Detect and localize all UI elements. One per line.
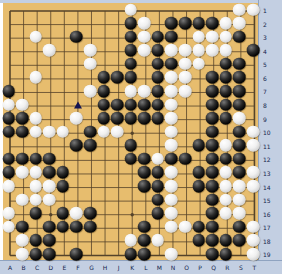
stone-white	[233, 193, 246, 206]
column-label: N	[171, 265, 176, 271]
stone-white	[165, 98, 178, 111]
stone-black	[124, 44, 137, 57]
stone-black	[111, 71, 124, 84]
stone-white	[219, 166, 232, 179]
stone-white	[219, 44, 232, 57]
stone-black	[152, 71, 165, 84]
stone-black	[206, 98, 219, 111]
row-label: 5	[263, 62, 267, 68]
stone-black	[206, 139, 219, 152]
stone-white	[2, 207, 15, 220]
stone-white	[16, 98, 29, 111]
stone-black	[2, 153, 15, 166]
row-ruler: 12345678910111213141516171819	[258, 0, 282, 274]
stone-white	[29, 71, 42, 84]
row-label: 12	[263, 157, 271, 163]
stone-white	[2, 98, 15, 111]
stone-black	[138, 98, 151, 111]
stone-black	[97, 85, 110, 98]
stone-black	[219, 153, 232, 166]
stone-black	[2, 112, 15, 125]
stone-black	[124, 58, 137, 71]
stone-white	[165, 139, 178, 152]
stone-black	[233, 153, 246, 166]
stone-white	[233, 207, 246, 220]
stone-black	[97, 112, 110, 125]
stone-black	[57, 166, 70, 179]
stone-black	[192, 17, 205, 30]
stone-black	[43, 220, 56, 233]
stone-white	[57, 125, 70, 138]
hoshi-point	[131, 132, 134, 135]
stone-black	[111, 112, 124, 125]
stone-black	[97, 98, 110, 111]
stone-white	[138, 85, 151, 98]
stone-white	[233, 17, 246, 30]
stone-black	[152, 193, 165, 206]
stone-white	[43, 44, 56, 57]
stone-black	[206, 153, 219, 166]
stone-black	[233, 139, 246, 152]
stone-black	[219, 71, 232, 84]
stone-white	[179, 220, 192, 233]
stone-black	[233, 125, 246, 138]
row-label: 14	[263, 185, 271, 191]
stone-black	[124, 71, 137, 84]
stone-white	[219, 139, 232, 152]
stone-black	[43, 248, 56, 261]
stone-black	[219, 58, 232, 71]
stone-black	[2, 166, 15, 179]
row-label: 2	[263, 22, 267, 28]
stone-white	[43, 193, 56, 206]
stone-white	[16, 234, 29, 247]
row-label: 7	[263, 89, 267, 95]
stone-white	[152, 234, 165, 247]
stone-black	[219, 234, 232, 247]
column-ruler: ABCDEFGHJKLMNOPQRST	[0, 260, 282, 274]
stone-black	[124, 112, 137, 125]
stone-white	[29, 180, 42, 193]
stone-white	[165, 166, 178, 179]
stone-white	[29, 30, 42, 43]
stone-black	[124, 17, 137, 30]
stone-white	[247, 248, 260, 261]
stone-black	[233, 166, 246, 179]
stone-black	[124, 30, 137, 43]
stone-black	[192, 234, 205, 247]
stone-black	[29, 207, 42, 220]
stone-white	[192, 30, 205, 43]
stone-black	[97, 71, 110, 84]
stone-black	[70, 30, 83, 43]
column-label: S	[239, 265, 243, 271]
stone-white	[179, 71, 192, 84]
row-label: 3	[263, 35, 267, 41]
stone-white	[219, 30, 232, 43]
stone-black	[192, 180, 205, 193]
stone-black	[206, 71, 219, 84]
stone-black	[206, 180, 219, 193]
stone-black	[179, 17, 192, 30]
stone-black	[152, 112, 165, 125]
stone-white	[165, 193, 178, 206]
stone-black	[165, 30, 178, 43]
stone-white	[179, 58, 192, 71]
stone-black	[43, 166, 56, 179]
stone-white	[179, 44, 192, 57]
row-label: 18	[263, 239, 271, 245]
stone-white	[138, 44, 151, 57]
stone-black	[138, 248, 151, 261]
stone-white	[70, 207, 83, 220]
stone-black	[192, 139, 205, 152]
stone-black	[206, 166, 219, 179]
stone-white	[165, 44, 178, 57]
column-label: F	[76, 265, 79, 271]
stone-white	[247, 139, 260, 152]
stone-black	[152, 44, 165, 57]
stone-white	[247, 166, 260, 179]
column-label: A	[8, 265, 12, 271]
stone-white	[165, 180, 178, 193]
stone-black	[206, 125, 219, 138]
stone-black	[138, 112, 151, 125]
column-label: R	[225, 265, 229, 271]
row-label: 16	[263, 212, 271, 218]
stone-white	[43, 125, 56, 138]
row-label: 9	[263, 117, 267, 123]
stone-black	[111, 98, 124, 111]
stone-white	[124, 85, 137, 98]
stone-white	[16, 166, 29, 179]
stone-white	[247, 3, 260, 16]
stone-white	[219, 193, 232, 206]
stone-white	[165, 220, 178, 233]
stone-black	[29, 248, 42, 261]
stone-white	[192, 44, 205, 57]
stone-white	[165, 248, 178, 261]
stone-black	[29, 234, 42, 247]
stone-black	[84, 207, 97, 220]
stone-black	[84, 220, 97, 233]
stone-black	[233, 220, 246, 233]
stone-white	[111, 125, 124, 138]
stone-black	[219, 85, 232, 98]
stone-white	[2, 180, 15, 193]
hoshi-point	[131, 213, 134, 216]
stone-black	[84, 139, 97, 152]
row-label: 4	[263, 49, 267, 55]
column-label: C	[35, 265, 39, 271]
stone-white	[29, 125, 42, 138]
stone-black	[84, 125, 97, 138]
column-label: B	[22, 265, 26, 271]
stone-white	[138, 17, 151, 30]
stone-white	[219, 207, 232, 220]
stone-black	[70, 139, 83, 152]
stone-black	[138, 180, 151, 193]
stone-white	[29, 193, 42, 206]
stone-black	[219, 248, 232, 261]
stone-white	[16, 248, 29, 261]
stone-white	[70, 112, 83, 125]
stone-white	[124, 3, 137, 16]
stone-black	[165, 58, 178, 71]
column-label: H	[103, 265, 108, 271]
stone-black	[233, 30, 246, 43]
stone-black	[192, 166, 205, 179]
column-label: T	[253, 265, 257, 271]
stone-black	[57, 207, 70, 220]
stone-white	[206, 30, 219, 43]
stone-black	[233, 71, 246, 84]
stone-black	[2, 85, 15, 98]
stone-black	[16, 112, 29, 125]
stone-black	[57, 220, 70, 233]
column-label: O	[184, 265, 189, 271]
stone-black	[165, 17, 178, 30]
stone-black	[152, 207, 165, 220]
stone-black	[43, 234, 56, 247]
stone-black	[219, 112, 232, 125]
stone-white	[2, 220, 15, 233]
column-label: E	[62, 265, 66, 271]
stone-black	[124, 153, 137, 166]
stone-black	[16, 220, 29, 233]
stone-white	[165, 71, 178, 84]
stone-white	[16, 193, 29, 206]
stone-black	[138, 153, 151, 166]
column-label: P	[198, 265, 202, 271]
stone-black	[219, 98, 232, 111]
stone-black	[152, 180, 165, 193]
stone-white	[247, 125, 260, 138]
stone-white	[233, 180, 246, 193]
stone-black	[233, 234, 246, 247]
go-app-window: 12345678910111213141516171819 ABCDEFGHJK…	[0, 0, 282, 274]
stone-black	[70, 220, 83, 233]
stone-white	[192, 58, 205, 71]
stone-black	[206, 220, 219, 233]
stone-black	[138, 166, 151, 179]
row-label: 15	[263, 198, 271, 204]
stone-black	[206, 248, 219, 261]
stone-black	[70, 248, 83, 261]
stone-white	[247, 234, 260, 247]
stone-black	[152, 58, 165, 71]
row-label: 17	[263, 225, 271, 231]
row-label: 13	[263, 171, 271, 177]
column-label: K	[130, 265, 134, 271]
stone-white	[84, 85, 97, 98]
stone-white	[43, 180, 56, 193]
stone-white	[165, 125, 178, 138]
stone-white	[29, 112, 42, 125]
stone-white	[97, 125, 110, 138]
stone-black	[2, 125, 15, 138]
stone-white	[233, 112, 246, 125]
stone-black	[124, 98, 137, 111]
column-label: L	[144, 265, 147, 271]
stone-black	[192, 220, 205, 233]
row-label: 10	[263, 130, 271, 136]
stone-black	[152, 85, 165, 98]
stone-black	[138, 220, 151, 233]
stone-white	[138, 30, 151, 43]
column-label: D	[48, 265, 53, 271]
stone-white	[124, 234, 137, 247]
stone-white	[84, 44, 97, 57]
stone-black	[247, 44, 260, 57]
stone-white	[219, 17, 232, 30]
stone-white	[179, 85, 192, 98]
stone-black	[124, 139, 137, 152]
stone-black	[152, 166, 165, 179]
stone-white	[84, 58, 97, 71]
column-label: J	[118, 265, 120, 271]
stone-white	[206, 44, 219, 57]
row-label: 11	[263, 144, 271, 150]
row-label: 1	[263, 8, 267, 14]
column-label: M	[157, 265, 162, 271]
stone-black	[206, 112, 219, 125]
stone-black	[152, 30, 165, 43]
stone-black	[16, 153, 29, 166]
stone-black	[179, 153, 192, 166]
triangle-marker	[74, 102, 82, 109]
stone-black	[206, 207, 219, 220]
stone-white	[29, 166, 42, 179]
stone-black	[16, 125, 29, 138]
stone-black	[206, 234, 219, 247]
stone-white	[247, 180, 260, 193]
column-label: G	[89, 265, 94, 271]
stone-white	[152, 153, 165, 166]
stone-black	[138, 234, 151, 247]
stone-black	[206, 85, 219, 98]
stone-black	[152, 98, 165, 111]
stone-black	[233, 85, 246, 98]
stone-black	[233, 58, 246, 71]
stone-white	[247, 220, 260, 233]
hoshi-point	[49, 213, 52, 216]
stone-black	[57, 180, 70, 193]
row-label: 6	[263, 76, 267, 82]
stone-black	[206, 17, 219, 30]
stone-white	[165, 85, 178, 98]
stone-black	[233, 98, 246, 111]
stone-white	[219, 180, 232, 193]
stone-white	[165, 207, 178, 220]
stone-white	[233, 3, 246, 16]
stone-black	[43, 153, 56, 166]
column-label: Q	[211, 265, 216, 271]
stone-black	[165, 153, 178, 166]
stone-black	[124, 248, 137, 261]
stone-white	[165, 112, 178, 125]
stone-black	[206, 193, 219, 206]
row-label: 19	[263, 252, 271, 258]
stone-black	[29, 153, 42, 166]
row-label: 8	[263, 103, 267, 109]
